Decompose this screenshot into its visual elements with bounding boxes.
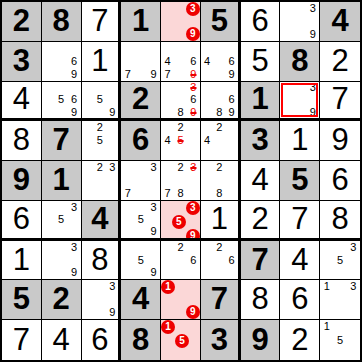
cell-r8c1[interactable]: 5 <box>2 280 42 320</box>
candidate-mark: 4 <box>161 55 174 68</box>
cell-r6c2[interactable]: 35 <box>42 201 82 241</box>
given-digit: 2 <box>53 283 70 314</box>
candidate-mark: 5 <box>94 134 106 147</box>
candidate-mark: 6 <box>187 254 200 267</box>
cell-r5c8[interactable]: 5 <box>280 161 320 201</box>
pencil-marks: 35 <box>320 241 360 280</box>
cell-r2c4[interactable]: 79 <box>121 42 161 82</box>
pencil-marks: 359 <box>121 201 160 238</box>
given-digit: 5 <box>211 5 228 36</box>
cell-r9c9[interactable]: 15 <box>320 320 360 360</box>
cell-r5c2[interactable]: 1 <box>42 161 82 201</box>
pencil-marks: 569 <box>42 82 81 119</box>
cell-r1c8[interactable]: 39 <box>280 2 320 42</box>
given-digit: 7 <box>53 124 70 155</box>
cell-r9c2[interactable]: 4 <box>42 320 82 360</box>
candidate-mark: 6 <box>187 55 200 68</box>
cell-r8c6[interactable]: 7 <box>201 280 241 320</box>
cell-r5c5[interactable]: 2783 <box>161 161 201 201</box>
candidate-mark: 5 <box>94 94 106 106</box>
cell-r7c3[interactable]: 8 <box>82 241 122 281</box>
candidate-mark: 8 <box>213 187 225 200</box>
candidate-mark: 9 <box>68 106 81 118</box>
given-digit: 1 <box>132 5 149 36</box>
cell-r4c1[interactable]: 8 <box>2 121 42 161</box>
cell-r4c2[interactable]: 7 <box>42 121 82 161</box>
solved-digit: 8 <box>13 124 30 155</box>
candidate-mark: 4 <box>201 55 213 68</box>
cell-r6c7[interactable]: 2 <box>241 201 281 241</box>
candidate-chain-circle: 5 <box>175 334 189 348</box>
candidate-mark: 2 <box>174 121 187 134</box>
sudoku-board: 2871395639436917946794695824569592683968… <box>0 0 362 362</box>
cell-r3c4[interactable]: 2 <box>121 82 161 122</box>
candidate-mark: 8 <box>174 106 187 118</box>
pencil-marks: 15 <box>161 320 200 360</box>
candidate-chain-circle: 9 <box>186 305 200 319</box>
cell-r7c5[interactable]: 26 <box>161 241 201 281</box>
candidate-mark: 2 <box>213 241 225 254</box>
candidate-mark: 3 <box>106 161 118 174</box>
cell-r6c8[interactable]: 7 <box>280 201 320 241</box>
given-digit: 8 <box>291 45 308 76</box>
cell-r7c7[interactable]: 7 <box>241 241 281 281</box>
candidate-eliminated-mark: 3 <box>187 82 200 94</box>
cell-r4c5[interactable]: 245 <box>161 121 201 161</box>
solved-digit: 4 <box>291 244 308 275</box>
cell-r6c6[interactable]: 1 <box>201 201 241 241</box>
pencil-marks: 469 <box>201 42 238 81</box>
pencil-marks: 39 <box>280 82 319 119</box>
candidate-mark: 2 <box>174 161 187 174</box>
cell-r2c3[interactable]: 1 <box>82 42 122 82</box>
candidate-mark: 1 <box>320 320 333 333</box>
solved-digit: 7 <box>91 5 108 36</box>
candidate-mark: 2 <box>213 121 225 134</box>
candidate-mark: 5 <box>333 254 346 267</box>
candidate-mark: 3 <box>306 2 319 15</box>
candidate-chain-circle: 9 <box>186 229 200 241</box>
pencil-marks: 15 <box>320 320 360 360</box>
candidate-mark: 6 <box>187 94 200 106</box>
given-digit: 3 <box>13 45 30 76</box>
solved-digit: 8 <box>91 244 108 275</box>
candidate-mark: 6 <box>225 55 237 68</box>
cell-r1c4[interactable]: 1 <box>121 2 161 42</box>
candidate-mark: 3 <box>147 161 160 174</box>
candidate-chain-circle: 1 <box>161 280 175 294</box>
candidate-eliminated-mark: 3 <box>187 161 200 174</box>
candidate-mark: 5 <box>55 213 68 225</box>
cell-r9c4[interactable]: 8 <box>121 320 161 360</box>
pencil-marks: 59 <box>82 82 119 119</box>
cell-r7c8[interactable]: 4 <box>280 241 320 281</box>
cell-r8c2[interactable]: 2 <box>42 280 82 320</box>
solved-digit: 1 <box>291 124 308 155</box>
candidate-mark: 9 <box>147 267 160 280</box>
cell-r5c9[interactable]: 6 <box>320 161 360 201</box>
candidate-chain-circle: 5 <box>172 215 186 229</box>
cell-r5c3[interactable]: 23 <box>82 161 122 201</box>
pencil-marks: 6839 <box>161 82 200 119</box>
given-digit: 2 <box>13 5 30 36</box>
solved-digit: 7 <box>13 324 30 355</box>
candidate-chain-circle: 3 <box>186 201 200 215</box>
cell-r1c7[interactable]: 6 <box>241 2 281 42</box>
pencil-marks: 245 <box>161 121 200 160</box>
pencil-marks: 26 <box>201 241 238 280</box>
solved-digit: 2 <box>331 45 348 76</box>
cell-r1c3[interactable]: 7 <box>82 2 122 42</box>
cell-r4c3[interactable]: 25 <box>82 121 122 161</box>
given-digit: 8 <box>53 5 70 36</box>
cell-r5c6[interactable]: 28 <box>201 161 241 201</box>
candidate-mark: 3 <box>147 201 160 213</box>
solved-digit: 1 <box>211 203 228 234</box>
pencil-marks: 689 <box>201 82 238 119</box>
given-digit: 5 <box>13 283 30 314</box>
cell-r6c1[interactable]: 6 <box>2 201 42 241</box>
given-digit: 1 <box>251 83 268 114</box>
candidate-mark: 9 <box>306 28 319 41</box>
cell-r1c5[interactable]: 39 <box>161 2 201 42</box>
pencil-marks: 39 <box>42 241 81 280</box>
pencil-marks: 2783 <box>161 161 200 200</box>
cell-r3c8[interactable]: 39 <box>280 82 320 122</box>
cell-r2c9[interactable]: 2 <box>320 42 360 82</box>
candidate-eliminated-mark: 5 <box>174 134 187 147</box>
candidate-mark: 2 <box>213 161 225 174</box>
cell-r8c9[interactable]: 13 <box>320 280 360 320</box>
candidate-mark: 4 <box>161 134 174 147</box>
cell-r4c4[interactable]: 6 <box>121 121 161 161</box>
solved-digit: 1 <box>91 45 108 76</box>
given-digit: 2 <box>132 83 149 114</box>
given-digit: 7 <box>251 244 268 275</box>
given-digit: 3 <box>211 324 228 355</box>
cell-r2c5[interactable]: 4679 <box>161 42 201 82</box>
cell-r6c3[interactable]: 4 <box>82 201 122 241</box>
candidate-eliminated-mark: 9 <box>187 106 200 118</box>
given-digit: 4 <box>132 283 149 314</box>
candidate-mark: 8 <box>174 187 187 200</box>
pencil-marks: 35 <box>42 201 81 238</box>
solved-digit: 5 <box>251 45 268 76</box>
pencil-marks: 24 <box>201 121 238 160</box>
pencil-marks: 79 <box>121 42 160 81</box>
cell-r9c7[interactable]: 9 <box>241 320 281 360</box>
pencil-marks: 39 <box>161 2 200 41</box>
cell-r6c4[interactable]: 359 <box>121 201 161 241</box>
solved-digit: 4 <box>251 164 268 195</box>
pencil-marks: 26 <box>161 241 200 280</box>
candidate-mark: 3 <box>68 241 81 254</box>
cell-r2c1[interactable]: 3 <box>2 42 42 82</box>
candidate-mark: 5 <box>55 94 68 106</box>
solved-digit: 6 <box>13 203 30 234</box>
candidate-mark: 7 <box>161 68 174 81</box>
candidate-mark: 9 <box>225 68 237 81</box>
cell-r2c8[interactable]: 8 <box>280 42 320 82</box>
candidate-mark: 5 <box>134 213 147 225</box>
candidate-chain-circle: 1 <box>161 320 175 334</box>
candidate-mark: 7 <box>121 187 134 200</box>
solved-digit: 6 <box>291 283 308 314</box>
given-digit: 1 <box>53 164 70 195</box>
solved-digit: 4 <box>53 324 70 355</box>
cell-r3c6[interactable]: 689 <box>201 82 241 122</box>
cell-r7c2[interactable]: 39 <box>42 241 82 281</box>
candidate-mark: 3 <box>106 280 118 293</box>
given-digit: 4 <box>331 5 348 36</box>
cell-r9c5[interactable]: 15 <box>161 320 201 360</box>
cell-r5c1[interactable]: 9 <box>2 161 42 201</box>
pencil-marks: 59 <box>121 241 160 280</box>
cell-r4c6[interactable]: 24 <box>201 121 241 161</box>
cell-r7c4[interactable]: 59 <box>121 241 161 281</box>
cell-r7c6[interactable]: 26 <box>201 241 241 281</box>
cell-r8c3[interactable]: 39 <box>82 280 122 320</box>
candidate-mark: 3 <box>347 241 360 254</box>
candidate-mark: 9 <box>106 306 118 319</box>
cell-r9c6[interactable]: 3 <box>201 320 241 360</box>
candidate-chain-circle: 3 <box>186 2 200 16</box>
cell-r4c8[interactable]: 1 <box>280 121 320 161</box>
candidate-mark: 3 <box>68 201 81 213</box>
solved-digit: 6 <box>91 324 108 355</box>
candidate-mark: 3 <box>306 82 319 94</box>
candidate-mark: 2 <box>94 121 106 134</box>
cell-r6c9[interactable]: 8 <box>320 201 360 241</box>
cell-r7c1[interactable]: 1 <box>2 241 42 281</box>
pencil-marks: 4679 <box>161 42 200 81</box>
cell-r7c9[interactable]: 35 <box>320 241 360 281</box>
given-digit: 5 <box>291 164 308 195</box>
candidate-mark: 9 <box>68 267 81 280</box>
candidate-mark: 9 <box>225 106 237 118</box>
given-digit: 9 <box>13 164 30 195</box>
cell-r3c9[interactable]: 7 <box>320 82 360 122</box>
cell-r9c3[interactable]: 6 <box>82 320 122 360</box>
cell-r9c1[interactable]: 7 <box>2 320 42 360</box>
solved-digit: 6 <box>331 164 348 195</box>
pencil-marks: 19 <box>161 280 200 319</box>
cell-r8c8[interactable]: 6 <box>280 280 320 320</box>
solved-digit: 2 <box>291 324 308 355</box>
candidate-mark: 2 <box>94 161 106 174</box>
candidate-mark: 5 <box>134 254 147 267</box>
candidate-mark: 3 <box>347 280 360 293</box>
candidate-eliminated-mark: 9 <box>187 68 200 81</box>
cell-r9c8[interactable]: 2 <box>280 320 320 360</box>
pencil-marks: 39 <box>280 2 319 41</box>
candidate-mark: 6 <box>68 55 81 68</box>
cell-r4c7[interactable]: 3 <box>241 121 281 161</box>
given-digit: 8 <box>132 324 149 355</box>
candidate-mark: 2 <box>174 241 187 254</box>
candidate-mark: 7 <box>121 68 134 81</box>
cell-r6c5[interactable]: 359 <box>161 201 201 241</box>
pencil-marks: 13 <box>320 280 360 319</box>
cell-r2c6[interactable]: 469 <box>201 42 241 82</box>
pencil-marks: 23 <box>82 161 119 200</box>
cell-r3c5[interactable]: 6839 <box>161 82 201 122</box>
given-digit: 6 <box>132 124 149 155</box>
cell-r4c9[interactable]: 9 <box>320 121 360 161</box>
pencil-marks: 39 <box>82 280 119 319</box>
candidate-mark: 5 <box>333 333 346 346</box>
given-digit: 3 <box>251 124 268 155</box>
candidate-mark: 6 <box>225 94 237 106</box>
given-digit: 4 <box>91 203 108 234</box>
solved-digit: 9 <box>331 124 348 155</box>
given-digit: 7 <box>211 283 228 314</box>
solved-digit: 8 <box>331 203 348 234</box>
pencil-marks: 28 <box>201 161 238 200</box>
candidate-mark: 6 <box>225 254 237 267</box>
pencil-marks: 69 <box>42 42 81 81</box>
cell-r8c4[interactable]: 4 <box>121 280 161 320</box>
cell-r8c5[interactable]: 19 <box>161 280 201 320</box>
candidate-mark: 7 <box>161 187 174 200</box>
candidate-mark: 6 <box>68 94 81 106</box>
given-digit: 9 <box>251 324 268 355</box>
candidate-mark: 9 <box>106 106 118 118</box>
candidate-mark: 9 <box>68 68 81 81</box>
candidate-mark: 9 <box>147 68 160 81</box>
cell-r3c1[interactable]: 4 <box>2 82 42 122</box>
solved-digit: 6 <box>251 5 268 36</box>
candidate-mark: 1 <box>320 280 333 293</box>
solved-digit: 2 <box>251 203 268 234</box>
candidate-mark: 9 <box>306 106 319 118</box>
cell-r3c2[interactable]: 569 <box>42 82 82 122</box>
solved-digit: 7 <box>291 203 308 234</box>
cell-r3c3[interactable]: 59 <box>82 82 122 122</box>
solved-digit: 7 <box>331 83 348 114</box>
pencil-marks: 37 <box>121 161 160 200</box>
cell-r5c4[interactable]: 37 <box>121 161 161 201</box>
cell-r3c7[interactable]: 1 <box>241 82 281 122</box>
candidate-mark: 9 <box>147 225 160 237</box>
pencil-marks: 359 <box>161 201 200 238</box>
cell-r1c1[interactable]: 2 <box>2 2 42 42</box>
cell-r2c2[interactable]: 69 <box>42 42 82 82</box>
cell-r2c7[interactable]: 5 <box>241 42 281 82</box>
pencil-marks: 25 <box>82 121 119 160</box>
solved-digit: 4 <box>13 83 30 114</box>
cell-r5c7[interactable]: 4 <box>241 161 281 201</box>
cell-r1c9[interactable]: 4 <box>320 2 360 42</box>
candidate-mark: 8 <box>213 106 225 118</box>
cell-r1c2[interactable]: 8 <box>42 2 82 42</box>
cell-r8c7[interactable]: 8 <box>241 280 281 320</box>
solved-digit: 8 <box>251 283 268 314</box>
candidate-mark: 4 <box>201 134 213 147</box>
candidate-chain-circle: 9 <box>186 27 200 41</box>
cell-r1c6[interactable]: 5 <box>201 2 241 42</box>
solved-digit: 1 <box>13 244 30 275</box>
